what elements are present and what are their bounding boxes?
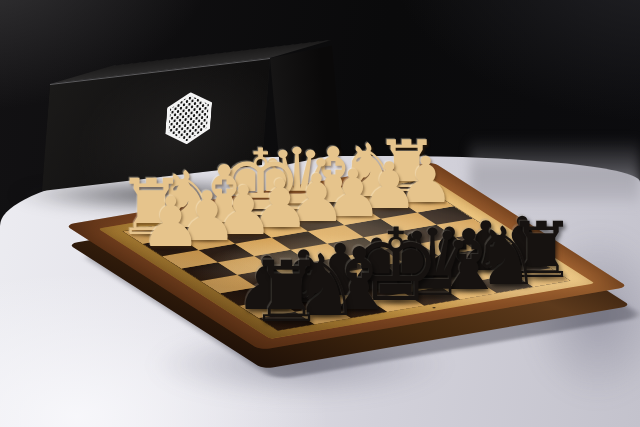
piece-black-rook-h8[interactable]: ♜ [249, 250, 324, 334]
piece-layer: ♜♞♝♛♚♝♞♜♟♟♟♟♟♟♟♟♟♟♟♟♟♟♟♟♜♞♝♛♚♝♞♜ [0, 0, 640, 427]
piece-white-pawn-h2[interactable]: ♟ [140, 188, 202, 257]
